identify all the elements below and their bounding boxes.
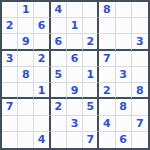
cell-r5c9[interactable] [132, 67, 148, 83]
cell-r3c7[interactable] [99, 34, 115, 50]
cell-r6c2[interactable] [18, 83, 34, 99]
cell-r7c6: 5 [83, 99, 99, 115]
cell-r7c5[interactable] [67, 99, 83, 115]
cell-r7c9[interactable] [132, 99, 148, 115]
cell-r5c4: 5 [51, 67, 67, 83]
cell-r1c6[interactable] [83, 2, 99, 18]
cell-r4c1: 3 [2, 51, 18, 67]
cell-r6c7: 2 [99, 83, 115, 99]
cell-r8c8[interactable] [116, 116, 132, 132]
cell-r3c1[interactable] [2, 34, 18, 50]
cell-r8c6[interactable] [83, 116, 99, 132]
cell-r3c3[interactable] [34, 34, 50, 50]
cell-r6c3: 1 [34, 83, 50, 99]
cell-r4c9[interactable] [132, 51, 148, 67]
cell-r1c3[interactable] [34, 2, 50, 18]
cell-r5c1[interactable] [2, 67, 18, 83]
cell-r8c7: 4 [99, 116, 115, 132]
cell-r3c9: 3 [132, 34, 148, 50]
cell-r9c7[interactable] [99, 132, 115, 148]
cell-r2c2[interactable] [18, 18, 34, 34]
cell-r6c9: 8 [132, 83, 148, 99]
cell-r3c8[interactable] [116, 34, 132, 50]
cell-r9c9[interactable] [132, 132, 148, 148]
cell-r8c2[interactable] [18, 116, 34, 132]
cell-r4c2[interactable] [18, 51, 34, 67]
cell-r6c8[interactable] [116, 83, 132, 99]
cell-r2c6[interactable] [83, 18, 99, 34]
cell-r9c1[interactable] [2, 132, 18, 148]
cell-r4c3: 2 [34, 51, 50, 67]
cell-r8c1[interactable] [2, 116, 18, 132]
cell-r9c5[interactable] [67, 132, 83, 148]
cell-r5c3[interactable] [34, 67, 50, 83]
cell-r3c6: 2 [83, 34, 99, 50]
cell-r1c4: 4 [51, 2, 67, 18]
cell-r2c4[interactable] [51, 18, 67, 34]
cell-r3c5[interactable] [67, 34, 83, 50]
cell-r8c5: 3 [67, 116, 83, 132]
cell-r7c2[interactable] [18, 99, 34, 115]
cell-r3c4: 6 [51, 34, 67, 50]
cell-r2c3: 6 [34, 18, 50, 34]
cell-r5c5[interactable] [67, 67, 83, 83]
cell-r7c8: 8 [116, 99, 132, 115]
cell-r1c8[interactable] [116, 2, 132, 18]
cell-r9c4[interactable] [51, 132, 67, 148]
cell-r6c1[interactable] [2, 83, 18, 99]
cell-r4c6[interactable] [83, 51, 99, 67]
cell-r5c6: 1 [83, 67, 99, 83]
cell-r8c9: 7 [132, 116, 148, 132]
cell-r2c8[interactable] [116, 18, 132, 34]
cell-r6c5: 9 [67, 83, 83, 99]
cell-r9c8: 6 [116, 132, 132, 148]
cell-r3c2: 9 [18, 34, 34, 50]
cell-r7c3[interactable] [34, 99, 50, 115]
cell-r9c3: 4 [34, 132, 50, 148]
cell-r1c9[interactable] [132, 2, 148, 18]
cell-r9c6: 7 [83, 132, 99, 148]
cell-r2c7[interactable] [99, 18, 115, 34]
cell-r4c7: 7 [99, 51, 115, 67]
cell-r1c2: 1 [18, 2, 34, 18]
cell-r4c8[interactable] [116, 51, 132, 67]
cell-r7c1: 7 [2, 99, 18, 115]
cell-r6c6[interactable] [83, 83, 99, 99]
cell-r8c4[interactable] [51, 116, 67, 132]
cell-r6c4[interactable] [51, 83, 67, 99]
cell-r4c4[interactable] [51, 51, 67, 67]
sudoku-board: 14826196233267851319287258347476 [0, 0, 150, 150]
cell-r1c1[interactable] [2, 2, 18, 18]
cell-r5c2: 8 [18, 67, 34, 83]
cell-r2c1: 2 [2, 18, 18, 34]
cell-r2c9[interactable] [132, 18, 148, 34]
cell-r8c3[interactable] [34, 116, 50, 132]
cell-r1c5[interactable] [67, 2, 83, 18]
cell-r2c5: 1 [67, 18, 83, 34]
cell-r5c7[interactable] [99, 67, 115, 83]
cell-r7c7[interactable] [99, 99, 115, 115]
cell-r9c2[interactable] [18, 132, 34, 148]
cell-r5c8: 3 [116, 67, 132, 83]
cell-r4c5: 6 [67, 51, 83, 67]
cell-r1c7: 8 [99, 2, 115, 18]
cell-r7c4: 2 [51, 99, 67, 115]
